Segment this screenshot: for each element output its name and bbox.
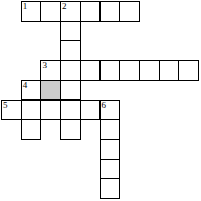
crossword-cell[interactable]: [80, 100, 101, 121]
crossword-cell[interactable]: [119, 60, 140, 81]
crossword-cell[interactable]: [119, 1, 140, 22]
crossword-cell[interactable]: 4: [21, 80, 42, 101]
crossword-cell[interactable]: [80, 1, 101, 22]
crossword-clue-number: 2: [62, 2, 67, 11]
crossword-clue-number: 3: [42, 61, 47, 70]
crossword-cell[interactable]: [60, 21, 81, 42]
crossword-clue-number: 1: [23, 2, 28, 11]
crossword-clue-number: 5: [3, 101, 8, 110]
crossword-cell[interactable]: [100, 178, 121, 199]
crossword-cell[interactable]: 1: [21, 1, 42, 22]
crossword-cell[interactable]: 5: [1, 100, 22, 121]
crossword-clue-number: 4: [23, 81, 28, 90]
crossword-cell[interactable]: [100, 60, 121, 81]
crossword-cell[interactable]: [80, 60, 101, 81]
crossword-cell[interactable]: [21, 119, 42, 140]
crossword-cell[interactable]: [40, 100, 61, 121]
crossword-cell[interactable]: [159, 60, 180, 81]
crossword-cell[interactable]: [178, 60, 199, 81]
crossword-cell[interactable]: [60, 40, 81, 61]
crossword-cell[interactable]: [21, 100, 42, 121]
crossword-cell[interactable]: [40, 1, 61, 22]
crossword-cell[interactable]: [100, 1, 121, 22]
crossword-screen: 123456: [0, 0, 201, 201]
crossword-cell[interactable]: [139, 60, 160, 81]
crossword-cell[interactable]: [100, 119, 121, 140]
crossword-cell[interactable]: [60, 100, 81, 121]
crossword-cell[interactable]: [100, 139, 121, 160]
crossword-cell[interactable]: 3: [40, 60, 61, 81]
crossword-board: 123456: [0, 0, 201, 201]
crossword-cell[interactable]: 6: [100, 100, 121, 121]
crossword-cell[interactable]: 2: [60, 1, 81, 22]
crossword-cell[interactable]: [100, 159, 121, 180]
crossword-clue-number: 6: [102, 101, 107, 110]
crossword-cell[interactable]: [60, 80, 81, 101]
crossword-cell-highlighted[interactable]: [40, 80, 61, 101]
crossword-cell[interactable]: [60, 119, 81, 140]
crossword-cell[interactable]: [60, 60, 81, 81]
